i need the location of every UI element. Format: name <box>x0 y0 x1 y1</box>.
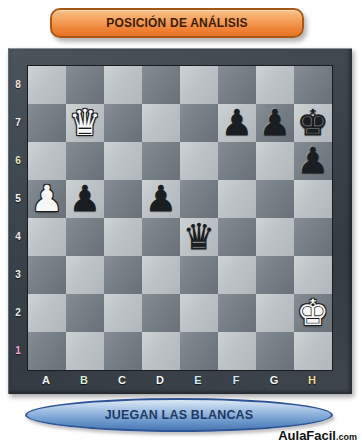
chess-board: ♛♟♟♚♟♟♟♟♛♚ <box>27 65 333 371</box>
white-queen: ♛ <box>69 105 101 141</box>
square-h2: ♚ <box>294 294 332 332</box>
square-c3 <box>104 256 142 294</box>
site-credit-suffix: .com <box>336 432 357 442</box>
rank-label-1: 1 <box>9 331 27 369</box>
square-f1 <box>218 332 256 370</box>
square-h7: ♚ <box>294 104 332 142</box>
square-b2 <box>66 294 104 332</box>
file-label-b: B <box>65 370 103 393</box>
square-a7 <box>28 104 66 142</box>
square-f4 <box>218 218 256 256</box>
square-a2 <box>28 294 66 332</box>
square-a1 <box>28 332 66 370</box>
square-d7 <box>142 104 180 142</box>
title-banner: POSICIÓN DE ANÁLISIS <box>50 8 304 38</box>
square-e4: ♛ <box>180 218 218 256</box>
rank-label-5: 5 <box>9 179 27 217</box>
black-pawn: ♟ <box>297 143 329 179</box>
square-d5: ♟ <box>142 180 180 218</box>
rank-label-6: 6 <box>9 141 27 179</box>
black-queen: ♛ <box>183 219 215 255</box>
square-g1 <box>256 332 294 370</box>
square-h5 <box>294 180 332 218</box>
rank-label-7: 7 <box>9 103 27 141</box>
square-f6 <box>218 142 256 180</box>
square-b3 <box>66 256 104 294</box>
square-f3 <box>218 256 256 294</box>
file-labels: ABCDEFGH <box>27 370 331 393</box>
rank-labels: 87654321 <box>9 65 27 369</box>
file-label-a: A <box>27 370 65 393</box>
rank-label-4: 4 <box>9 217 27 255</box>
square-b7: ♛ <box>66 104 104 142</box>
square-c8 <box>104 66 142 104</box>
black-pawn: ♟ <box>221 105 253 141</box>
square-g7: ♟ <box>256 104 294 142</box>
square-h8 <box>294 66 332 104</box>
file-label-e: E <box>179 370 217 393</box>
square-g4 <box>256 218 294 256</box>
rank-label-3: 3 <box>9 255 27 293</box>
square-f7: ♟ <box>218 104 256 142</box>
white-pawn: ♟ <box>31 181 63 217</box>
square-g2 <box>256 294 294 332</box>
square-b4 <box>66 218 104 256</box>
square-a8 <box>28 66 66 104</box>
square-d6 <box>142 142 180 180</box>
square-f2 <box>218 294 256 332</box>
square-d8 <box>142 66 180 104</box>
square-e1 <box>180 332 218 370</box>
black-king: ♚ <box>297 105 329 141</box>
square-g6 <box>256 142 294 180</box>
square-a3 <box>28 256 66 294</box>
square-c6 <box>104 142 142 180</box>
black-pawn: ♟ <box>259 105 291 141</box>
square-d3 <box>142 256 180 294</box>
square-a4 <box>28 218 66 256</box>
analysis-diagram: POSICIÓN DE ANÁLISIS 87654321 ♛♟♟♚♟♟♟♟♛♚… <box>0 0 362 444</box>
square-g3 <box>256 256 294 294</box>
square-b5: ♟ <box>66 180 104 218</box>
file-label-d: D <box>141 370 179 393</box>
square-c5 <box>104 180 142 218</box>
rank-label-8: 8 <box>9 65 27 103</box>
square-b6 <box>66 142 104 180</box>
square-f8 <box>218 66 256 104</box>
square-f5 <box>218 180 256 218</box>
file-label-h: H <box>293 370 331 393</box>
square-c2 <box>104 294 142 332</box>
square-h6: ♟ <box>294 142 332 180</box>
square-h1 <box>294 332 332 370</box>
turn-banner-label: JUEGAN LAS BLANCAS <box>105 408 254 422</box>
square-d1 <box>142 332 180 370</box>
square-e7 <box>180 104 218 142</box>
square-g5 <box>256 180 294 218</box>
square-e5 <box>180 180 218 218</box>
black-pawn: ♟ <box>145 181 177 217</box>
square-d4 <box>142 218 180 256</box>
black-pawn: ♟ <box>69 181 101 217</box>
title-banner-label: POSICIÓN DE ANÁLISIS <box>106 16 248 30</box>
square-e6 <box>180 142 218 180</box>
square-b1 <box>66 332 104 370</box>
square-d2 <box>142 294 180 332</box>
square-c4 <box>104 218 142 256</box>
square-a5: ♟ <box>28 180 66 218</box>
site-credit: AulaFacil.com <box>278 426 357 444</box>
square-b8 <box>66 66 104 104</box>
square-g8 <box>256 66 294 104</box>
square-h3 <box>294 256 332 294</box>
square-c1 <box>104 332 142 370</box>
square-e2 <box>180 294 218 332</box>
square-a6 <box>28 142 66 180</box>
file-label-c: C <box>103 370 141 393</box>
white-king: ♚ <box>297 295 329 331</box>
file-label-f: F <box>217 370 255 393</box>
chess-board-frame: 87654321 ♛♟♟♚♟♟♟♟♛♚ ABCDEFGH <box>8 48 352 394</box>
square-h4 <box>294 218 332 256</box>
square-c7 <box>104 104 142 142</box>
square-e3 <box>180 256 218 294</box>
file-label-g: G <box>255 370 293 393</box>
site-credit-main: AulaFacil <box>278 428 336 443</box>
rank-label-2: 2 <box>9 293 27 331</box>
square-e8 <box>180 66 218 104</box>
